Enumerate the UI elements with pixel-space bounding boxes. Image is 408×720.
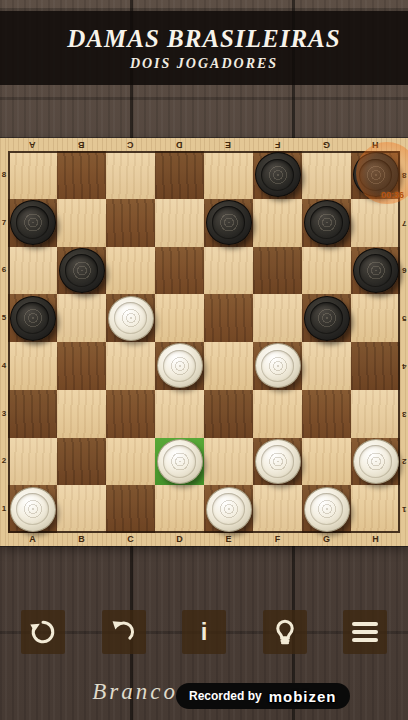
mobizen-watermark: Recorded by mobizen bbox=[176, 683, 350, 709]
file-label-top-e: E bbox=[204, 138, 253, 151]
square-g8[interactable] bbox=[302, 151, 351, 199]
checkers-board: ABCDEFGH8877665544332211ABCDEFGH 00:36 bbox=[0, 138, 408, 546]
square-g7[interactable] bbox=[302, 199, 351, 247]
square-e8[interactable] bbox=[204, 151, 253, 199]
square-f1[interactable] bbox=[253, 485, 302, 533]
square-f7[interactable] bbox=[253, 199, 302, 247]
rank-label-left-4: 4 bbox=[0, 342, 8, 390]
square-f5[interactable] bbox=[253, 294, 302, 342]
rank-label-left-5: 5 bbox=[0, 294, 8, 342]
file-label-bottom-f: F bbox=[253, 533, 302, 546]
black-piece-h8[interactable] bbox=[353, 152, 399, 197]
square-h7[interactable] bbox=[351, 199, 400, 247]
app-title: DAMAS BRASILEIRAS bbox=[67, 25, 340, 53]
white-piece-e1[interactable] bbox=[206, 487, 252, 532]
board-grid: ABCDEFGH8877665544332211ABCDEFGH bbox=[0, 138, 408, 546]
square-d5[interactable] bbox=[155, 294, 204, 342]
undo-arrow-icon bbox=[110, 618, 138, 646]
square-h1[interactable] bbox=[351, 485, 400, 533]
square-c2[interactable] bbox=[106, 438, 155, 486]
square-d2[interactable] bbox=[155, 438, 204, 486]
file-label-bottom-d: D bbox=[155, 533, 204, 546]
square-e5[interactable] bbox=[204, 294, 253, 342]
file-label-bottom-a: A bbox=[8, 533, 57, 546]
restart-button[interactable] bbox=[21, 610, 65, 654]
watermark-prefix: Recorded by bbox=[189, 689, 262, 703]
rank-label-right-6: 6 bbox=[400, 247, 408, 295]
file-label-top-b: B bbox=[57, 138, 106, 151]
file-label-bottom-b: B bbox=[57, 533, 106, 546]
toolbar: i bbox=[0, 610, 408, 654]
square-g3[interactable] bbox=[302, 390, 351, 438]
square-h5[interactable] bbox=[351, 294, 400, 342]
black-piece-b6[interactable] bbox=[59, 248, 105, 293]
restart-icon bbox=[29, 618, 57, 646]
hamburger-icon bbox=[352, 622, 378, 642]
square-b4[interactable] bbox=[57, 342, 106, 390]
square-a1[interactable] bbox=[8, 485, 57, 533]
file-label-bottom-g: G bbox=[302, 533, 351, 546]
square-h4[interactable] bbox=[351, 342, 400, 390]
white-piece-f2[interactable] bbox=[255, 439, 301, 484]
square-f4[interactable] bbox=[253, 342, 302, 390]
square-b7[interactable] bbox=[57, 199, 106, 247]
square-g1[interactable] bbox=[302, 485, 351, 533]
square-g2[interactable] bbox=[302, 438, 351, 486]
rank-label-left-8: 8 bbox=[0, 151, 8, 199]
title-banner: DAMAS BRASILEIRAS DOIS JOGADORES bbox=[0, 11, 408, 85]
square-e6[interactable] bbox=[204, 247, 253, 295]
square-a6[interactable] bbox=[8, 247, 57, 295]
square-a4[interactable] bbox=[8, 342, 57, 390]
black-piece-a7[interactable] bbox=[10, 200, 56, 245]
menu-button[interactable] bbox=[343, 610, 387, 654]
square-f6[interactable] bbox=[253, 247, 302, 295]
black-piece-h6[interactable] bbox=[353, 248, 399, 293]
square-g4[interactable] bbox=[302, 342, 351, 390]
square-h8[interactable] bbox=[351, 151, 400, 199]
white-piece-h2[interactable] bbox=[353, 439, 399, 484]
square-d3[interactable] bbox=[155, 390, 204, 438]
black-piece-f8[interactable] bbox=[255, 152, 301, 197]
file-label-top-d: D bbox=[155, 138, 204, 151]
white-piece-g1[interactable] bbox=[304, 487, 350, 532]
square-e2[interactable] bbox=[204, 438, 253, 486]
board-frame-corner bbox=[400, 138, 408, 151]
square-e1[interactable] bbox=[204, 485, 253, 533]
rank-label-right-3: 3 bbox=[400, 390, 408, 438]
square-f8[interactable] bbox=[253, 151, 302, 199]
white-score-label: Branco: bbox=[92, 679, 188, 704]
square-d4[interactable] bbox=[155, 342, 204, 390]
square-e3[interactable] bbox=[204, 390, 253, 438]
board-frame-corner bbox=[0, 138, 8, 151]
square-c8[interactable] bbox=[106, 151, 155, 199]
square-a7[interactable] bbox=[8, 199, 57, 247]
square-h3[interactable] bbox=[351, 390, 400, 438]
square-a5[interactable] bbox=[8, 294, 57, 342]
rank-label-left-1: 1 bbox=[0, 485, 8, 533]
hint-button[interactable] bbox=[263, 610, 307, 654]
file-label-top-f: F bbox=[253, 138, 302, 151]
lightbulb-icon bbox=[271, 618, 299, 646]
file-label-bottom-c: C bbox=[106, 533, 155, 546]
file-label-top-c: C bbox=[106, 138, 155, 151]
square-c3[interactable] bbox=[106, 390, 155, 438]
square-b2[interactable] bbox=[57, 438, 106, 486]
rank-label-right-2: 2 bbox=[400, 438, 408, 486]
rank-label-right-7: 7 bbox=[400, 199, 408, 247]
white-piece-d4[interactable] bbox=[157, 343, 203, 388]
black-piece-g7[interactable] bbox=[304, 200, 350, 245]
file-label-top-h: H bbox=[351, 138, 400, 151]
square-f3[interactable] bbox=[253, 390, 302, 438]
square-e4[interactable] bbox=[204, 342, 253, 390]
board-frame-corner bbox=[0, 533, 8, 546]
app-screen: DAMAS BRASILEIRAS DOIS JOGADORES ABCDEFG… bbox=[0, 0, 408, 720]
app-subtitle: DOIS JOGADORES bbox=[130, 56, 278, 72]
info-icon: i bbox=[201, 620, 208, 644]
square-e7[interactable] bbox=[204, 199, 253, 247]
square-b5[interactable] bbox=[57, 294, 106, 342]
rank-label-right-1: 1 bbox=[400, 485, 408, 533]
black-piece-a5[interactable] bbox=[10, 296, 56, 341]
square-b6[interactable] bbox=[57, 247, 106, 295]
rank-label-left-3: 3 bbox=[0, 390, 8, 438]
white-piece-f4[interactable] bbox=[255, 343, 301, 388]
info-button[interactable]: i bbox=[182, 610, 226, 654]
white-piece-a1[interactable] bbox=[10, 487, 56, 532]
square-g6[interactable] bbox=[302, 247, 351, 295]
black-piece-g5[interactable] bbox=[304, 296, 350, 341]
square-g5[interactable] bbox=[302, 294, 351, 342]
square-b1[interactable] bbox=[57, 485, 106, 533]
board-frame-corner bbox=[400, 533, 408, 546]
square-c4[interactable] bbox=[106, 342, 155, 390]
rank-label-left-2: 2 bbox=[0, 438, 8, 486]
square-h2[interactable] bbox=[351, 438, 400, 486]
file-label-top-g: G bbox=[302, 138, 351, 151]
square-c7[interactable] bbox=[106, 199, 155, 247]
square-a2[interactable] bbox=[8, 438, 57, 486]
rank-label-right-8: 8 bbox=[400, 151, 408, 199]
square-c1[interactable] bbox=[106, 485, 155, 533]
undo-button[interactable] bbox=[102, 610, 146, 654]
rank-label-right-4: 4 bbox=[400, 342, 408, 390]
square-d6[interactable] bbox=[155, 247, 204, 295]
white-piece-c5[interactable] bbox=[108, 296, 154, 341]
square-d1[interactable] bbox=[155, 485, 204, 533]
square-d8[interactable] bbox=[155, 151, 204, 199]
square-f2[interactable] bbox=[253, 438, 302, 486]
rank-label-right-5: 5 bbox=[400, 294, 408, 342]
black-piece-e7[interactable] bbox=[206, 200, 252, 245]
square-d7[interactable] bbox=[155, 199, 204, 247]
file-label-top-a: A bbox=[8, 138, 57, 151]
square-b8[interactable] bbox=[57, 151, 106, 199]
mobizen-logo: mobizen bbox=[269, 688, 337, 705]
square-h6[interactable] bbox=[351, 247, 400, 295]
square-a8[interactable] bbox=[8, 151, 57, 199]
rank-label-left-6: 6 bbox=[0, 247, 8, 295]
rank-label-left-7: 7 bbox=[0, 199, 8, 247]
file-label-bottom-h: H bbox=[351, 533, 400, 546]
file-label-bottom-e: E bbox=[204, 533, 253, 546]
square-c6[interactable] bbox=[106, 247, 155, 295]
square-a3[interactable] bbox=[8, 390, 57, 438]
white-piece-d2[interactable] bbox=[157, 439, 203, 484]
square-b3[interactable] bbox=[57, 390, 106, 438]
square-c5[interactable] bbox=[106, 294, 155, 342]
